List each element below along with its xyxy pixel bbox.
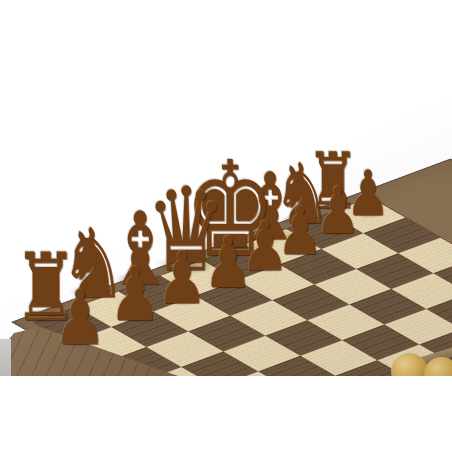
piece-dark-pawn: ♟ [203, 228, 252, 298]
piece-dark-pawn: ♟ [109, 258, 161, 332]
chess-set-photo: ♜♞♝♛♚♝♞♜♟♟♟♟♟♟♟♟ Overhead angled photo o… [0, 0, 452, 452]
piece-dark-pawn: ♟ [53, 280, 106, 356]
photo-crop-band [0, 376, 452, 452]
box-edge-highlight [0, 339, 11, 376]
piece-dark-pawn: ♟ [157, 242, 208, 314]
photo-caption: Overhead angled photo of a wooden chess … [0, 0, 1, 1]
